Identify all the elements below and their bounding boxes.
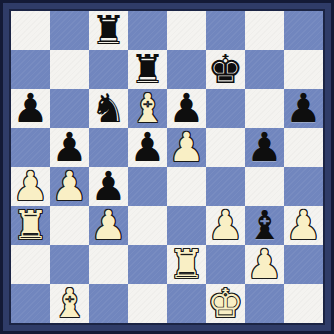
black-pawn[interactable]: ♟ bbox=[13, 89, 49, 128]
square-g6[interactable] bbox=[245, 89, 284, 128]
square-b2[interactable] bbox=[50, 245, 89, 284]
square-c2[interactable] bbox=[89, 245, 128, 284]
square-f2[interactable] bbox=[206, 245, 245, 284]
square-c6[interactable]: ♞ bbox=[89, 89, 128, 128]
square-d8[interactable] bbox=[128, 11, 167, 50]
black-pawn[interactable]: ♟ bbox=[247, 128, 283, 167]
square-g8[interactable] bbox=[245, 11, 284, 50]
square-b7[interactable] bbox=[50, 50, 89, 89]
square-d3[interactable] bbox=[128, 206, 167, 245]
square-g3[interactable]: ♝ bbox=[245, 206, 284, 245]
square-c4[interactable]: ♟ bbox=[89, 167, 128, 206]
square-a4[interactable]: ♟ bbox=[11, 167, 50, 206]
white-king[interactable]: ♚ bbox=[208, 284, 244, 323]
square-a1[interactable] bbox=[11, 284, 50, 323]
square-e1[interactable] bbox=[167, 284, 206, 323]
square-f6[interactable] bbox=[206, 89, 245, 128]
square-g1[interactable] bbox=[245, 284, 284, 323]
black-knight[interactable]: ♞ bbox=[91, 89, 127, 128]
white-rook[interactable]: ♜ bbox=[169, 245, 205, 284]
square-h6[interactable]: ♟ bbox=[284, 89, 323, 128]
chess-board: ♜♜♚♟♞♝♟♟♟♟♟♟♟♟♟♜♟♟♝♟♜♟♝♚ bbox=[11, 11, 323, 323]
square-g2[interactable]: ♟ bbox=[245, 245, 284, 284]
square-h8[interactable] bbox=[284, 11, 323, 50]
square-d4[interactable] bbox=[128, 167, 167, 206]
square-e5[interactable]: ♟ bbox=[167, 128, 206, 167]
square-g5[interactable]: ♟ bbox=[245, 128, 284, 167]
square-a2[interactable] bbox=[11, 245, 50, 284]
square-h2[interactable] bbox=[284, 245, 323, 284]
square-e2[interactable]: ♜ bbox=[167, 245, 206, 284]
square-e4[interactable] bbox=[167, 167, 206, 206]
white-pawn[interactable]: ♟ bbox=[208, 206, 244, 245]
white-pawn[interactable]: ♟ bbox=[91, 206, 127, 245]
square-d6[interactable]: ♝ bbox=[128, 89, 167, 128]
white-bishop[interactable]: ♝ bbox=[52, 284, 88, 323]
square-f4[interactable] bbox=[206, 167, 245, 206]
square-a6[interactable]: ♟ bbox=[11, 89, 50, 128]
square-c8[interactable]: ♜ bbox=[89, 11, 128, 50]
square-h5[interactable] bbox=[284, 128, 323, 167]
square-f8[interactable] bbox=[206, 11, 245, 50]
black-rook[interactable]: ♜ bbox=[91, 11, 127, 50]
square-d7[interactable]: ♜ bbox=[128, 50, 167, 89]
square-a8[interactable] bbox=[11, 11, 50, 50]
square-a7[interactable] bbox=[11, 50, 50, 89]
square-h1[interactable] bbox=[284, 284, 323, 323]
square-c1[interactable] bbox=[89, 284, 128, 323]
square-b5[interactable]: ♟ bbox=[50, 128, 89, 167]
square-b3[interactable] bbox=[50, 206, 89, 245]
white-pawn[interactable]: ♟ bbox=[13, 167, 49, 206]
board-frame: ♜♜♚♟♞♝♟♟♟♟♟♟♟♟♟♜♟♟♝♟♜♟♝♚ bbox=[0, 0, 334, 334]
white-pawn[interactable]: ♟ bbox=[247, 245, 283, 284]
square-e8[interactable] bbox=[167, 11, 206, 50]
square-e3[interactable] bbox=[167, 206, 206, 245]
square-h3[interactable]: ♟ bbox=[284, 206, 323, 245]
black-pawn[interactable]: ♟ bbox=[91, 167, 127, 206]
square-b6[interactable] bbox=[50, 89, 89, 128]
white-rook[interactable]: ♜ bbox=[13, 206, 49, 245]
square-c3[interactable]: ♟ bbox=[89, 206, 128, 245]
square-f3[interactable]: ♟ bbox=[206, 206, 245, 245]
square-g7[interactable] bbox=[245, 50, 284, 89]
square-e6[interactable]: ♟ bbox=[167, 89, 206, 128]
black-pawn[interactable]: ♟ bbox=[130, 128, 166, 167]
white-pawn[interactable]: ♟ bbox=[286, 206, 322, 245]
square-f5[interactable] bbox=[206, 128, 245, 167]
square-c5[interactable] bbox=[89, 128, 128, 167]
square-h7[interactable] bbox=[284, 50, 323, 89]
square-d1[interactable] bbox=[128, 284, 167, 323]
square-f1[interactable]: ♚ bbox=[206, 284, 245, 323]
square-a3[interactable]: ♜ bbox=[11, 206, 50, 245]
square-d2[interactable] bbox=[128, 245, 167, 284]
square-h4[interactable] bbox=[284, 167, 323, 206]
black-rook[interactable]: ♜ bbox=[130, 50, 166, 89]
square-f7[interactable]: ♚ bbox=[206, 50, 245, 89]
square-g4[interactable] bbox=[245, 167, 284, 206]
black-king[interactable]: ♚ bbox=[208, 50, 244, 89]
square-b8[interactable] bbox=[50, 11, 89, 50]
square-b1[interactable]: ♝ bbox=[50, 284, 89, 323]
black-pawn[interactable]: ♟ bbox=[52, 128, 88, 167]
black-pawn[interactable]: ♟ bbox=[286, 89, 322, 128]
square-e7[interactable] bbox=[167, 50, 206, 89]
white-bishop[interactable]: ♝ bbox=[130, 89, 166, 128]
black-bishop[interactable]: ♝ bbox=[247, 206, 283, 245]
square-b4[interactable]: ♟ bbox=[50, 167, 89, 206]
black-pawn[interactable]: ♟ bbox=[169, 89, 205, 128]
square-a5[interactable] bbox=[11, 128, 50, 167]
square-d5[interactable]: ♟ bbox=[128, 128, 167, 167]
white-pawn[interactable]: ♟ bbox=[52, 167, 88, 206]
white-pawn[interactable]: ♟ bbox=[169, 128, 205, 167]
square-c7[interactable] bbox=[89, 50, 128, 89]
